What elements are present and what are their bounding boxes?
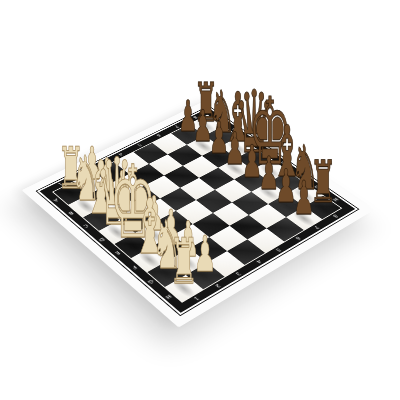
board-outer-border: ABCDEFGH ABCDEFGH 87654321 87654321: [35, 106, 359, 317]
board-inner-margin: [52, 115, 342, 303]
board-grid: [53, 115, 340, 301]
chessboard-sheet: ABCDEFGH ABCDEFGH 87654321 87654321: [22, 98, 374, 327]
product-photo: ABCDEFGH ABCDEFGH 87654321 87654321 ♜♞♝♛…: [0, 0, 400, 400]
board-frame: ABCDEFGH ABCDEFGH 87654321 87654321: [40, 108, 356, 313]
